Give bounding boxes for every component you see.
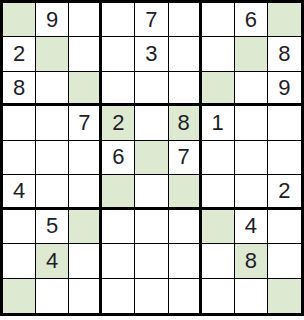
cell-r3c8[interactable] [235,72,268,106]
cell-r8c6[interactable] [169,244,202,278]
cell-r3c1-given-8[interactable]: 8 [3,72,36,106]
cell-r2c9-given-8[interactable]: 8 [268,37,301,71]
cell-r7c5[interactable] [135,210,168,244]
cell-r7c2-given-5[interactable]: 5 [36,210,69,244]
cell-r2c7[interactable] [202,37,235,71]
cell-r4c9[interactable] [268,106,301,140]
cell-r4c8[interactable] [235,106,268,140]
cell-r9c3[interactable] [69,279,102,313]
cell-r6c2[interactable] [36,175,69,209]
cell-r4c5[interactable] [135,106,168,140]
cell-r8c1[interactable] [3,244,36,278]
cell-r2c3[interactable] [69,37,102,71]
cell-r4c7-given-1[interactable]: 1 [202,106,235,140]
cell-r3c7[interactable] [202,72,235,106]
cell-r2c1-given-2[interactable]: 2 [3,37,36,71]
cell-r8c4[interactable] [102,244,135,278]
cell-r6c8[interactable] [235,175,268,209]
cell-r8c9[interactable] [268,244,301,278]
cell-r5c7[interactable] [202,141,235,175]
cell-r7c7[interactable] [202,210,235,244]
cell-r3c6[interactable] [169,72,202,106]
cell-r2c8[interactable] [235,37,268,71]
cell-r9c6[interactable] [169,279,202,313]
cell-r8c2-given-4[interactable]: 4 [36,244,69,278]
cell-r6c4[interactable] [102,175,135,209]
cell-r9c9[interactable] [268,279,301,313]
cell-r7c9[interactable] [268,210,301,244]
cell-r3c2[interactable] [36,72,69,106]
cell-r4c1[interactable] [3,106,36,140]
cell-r8c7[interactable] [202,244,235,278]
cell-r7c1[interactable] [3,210,36,244]
sudoku-page: 97623889728167425448 [0,0,304,320]
cell-r2c5-given-3[interactable]: 3 [135,37,168,71]
cell-r9c2[interactable] [36,279,69,313]
cell-r6c9-given-2[interactable]: 2 [268,175,301,209]
cell-r8c3[interactable] [69,244,102,278]
cell-r8c8-given-8[interactable]: 8 [235,244,268,278]
cell-r1c6[interactable] [169,3,202,37]
cell-r1c2-given-9[interactable]: 9 [36,3,69,37]
cell-r5c6-given-7[interactable]: 7 [169,141,202,175]
cell-r3c3[interactable] [69,72,102,106]
cell-r1c8-given-6[interactable]: 6 [235,3,268,37]
cell-r5c4-given-6[interactable]: 6 [102,141,135,175]
cell-r5c3[interactable] [69,141,102,175]
cell-r7c3[interactable] [69,210,102,244]
cell-r4c4-given-2[interactable]: 2 [102,106,135,140]
cell-r1c9[interactable] [268,3,301,37]
cell-r6c3[interactable] [69,175,102,209]
cell-r1c1[interactable] [3,3,36,37]
cell-r7c6[interactable] [169,210,202,244]
cell-r5c8[interactable] [235,141,268,175]
cell-r2c6[interactable] [169,37,202,71]
cell-r9c8[interactable] [235,279,268,313]
cell-r8c5[interactable] [135,244,168,278]
cell-r5c9[interactable] [268,141,301,175]
cell-r9c1[interactable] [3,279,36,313]
cell-r3c4[interactable] [102,72,135,106]
cell-r6c7[interactable] [202,175,235,209]
cell-r3c9-given-9[interactable]: 9 [268,72,301,106]
cell-r3c5[interactable] [135,72,168,106]
cell-r6c6[interactable] [169,175,202,209]
cell-r1c7[interactable] [202,3,235,37]
cell-r4c6-given-8[interactable]: 8 [169,106,202,140]
cell-r1c4[interactable] [102,3,135,37]
cell-r5c2[interactable] [36,141,69,175]
cell-r2c2[interactable] [36,37,69,71]
cell-r1c5-given-7[interactable]: 7 [135,3,168,37]
cell-r7c4[interactable] [102,210,135,244]
cell-r4c2[interactable] [36,106,69,140]
sudoku-board: 97623889728167425448 [0,0,304,316]
cell-r1c3[interactable] [69,3,102,37]
cell-r7c8-given-4[interactable]: 4 [235,210,268,244]
cell-r6c5[interactable] [135,175,168,209]
cell-r9c4[interactable] [102,279,135,313]
cell-r2c4[interactable] [102,37,135,71]
cell-r4c3-given-7[interactable]: 7 [69,106,102,140]
cell-r9c7[interactable] [202,279,235,313]
cell-r6c1-given-4[interactable]: 4 [3,175,36,209]
cell-r9c5[interactable] [135,279,168,313]
cell-r5c1[interactable] [3,141,36,175]
cell-r5c5[interactable] [135,141,168,175]
